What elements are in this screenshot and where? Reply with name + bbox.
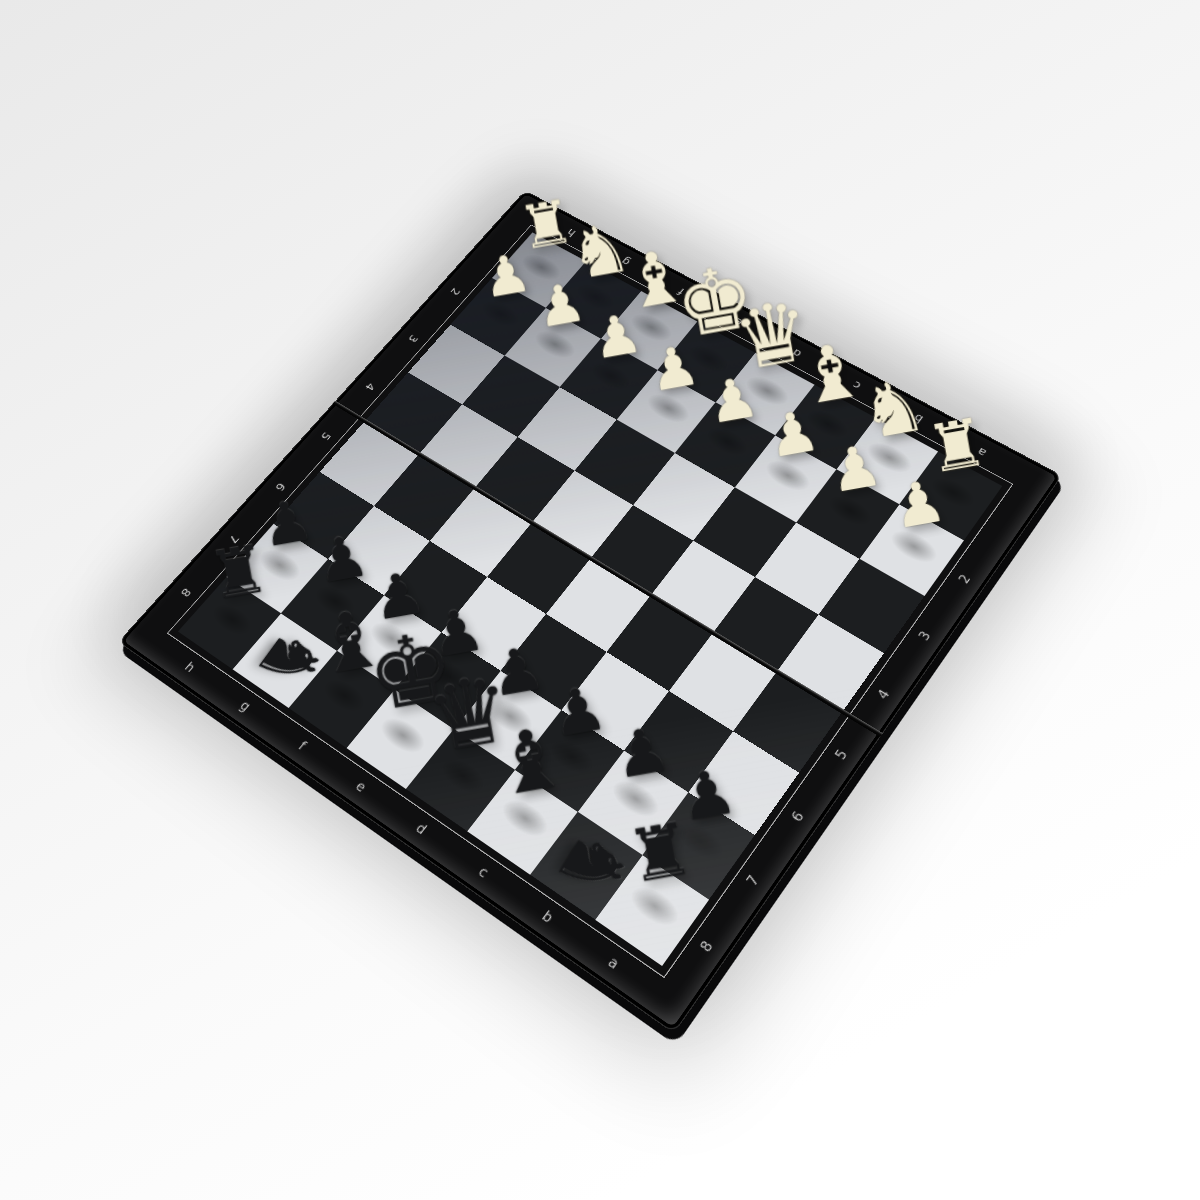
- coord-label-d: d: [382, 795, 462, 861]
- perspective-scene: ♜♞♝♛♚♝♞♜♟♟♟♟♟♟♟♟♟♟♟♟♟♟♟♟♜♞♝♛♚♝♞♜ abcdefg…: [0, 0, 1200, 1200]
- board-grid: ♜♞♝♛♚♝♞♜♟♟♟♟♟♟♟♟♟♟♟♟♟♟♟♟♜♞♝♛♚♝♞♜: [178, 232, 1002, 966]
- camera-roll-wrapper: ♜♞♝♛♚♝♞♜♟♟♟♟♟♟♟♟♟♟♟♟♟♟♟♟♜♞♝♛♚♝♞♜ abcdefg…: [0, 0, 1200, 1200]
- square-d5[interactable]: [546, 559, 651, 652]
- piece-black-rook[interactable]: ♜: [614, 811, 707, 897]
- chessboard: ♜♞♝♛♚♝♞♜♟♟♟♟♟♟♟♟♟♟♟♟♟♟♟♟♜♞♝♛♚♝♞♜ abcdefg…: [118, 190, 1062, 1033]
- piece-black-bishop[interactable]: ♝: [484, 713, 576, 809]
- square-e3[interactable]: [575, 420, 675, 506]
- piece-black-rook[interactable]: ♜: [197, 534, 281, 612]
- square-g3[interactable]: [462, 355, 560, 437]
- photo-background: ♜♞♝♛♚♝♞♜♟♟♟♟♟♟♟♟♟♟♟♟♟♟♟♟♜♞♝♛♚♝♞♜ abcdefg…: [0, 0, 1200, 1200]
